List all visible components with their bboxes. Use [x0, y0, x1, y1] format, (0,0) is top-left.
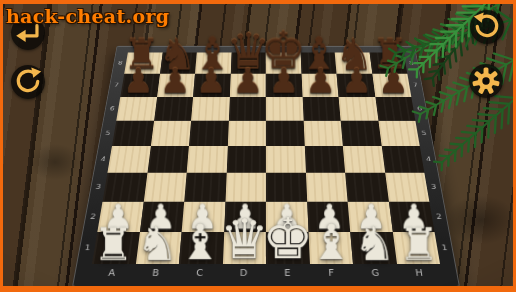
square-a1[interactable]: ♜: [92, 232, 140, 264]
square-e8[interactable]: ♚: [266, 52, 301, 74]
square-d3[interactable]: [225, 173, 266, 202]
square-b3[interactable]: [143, 173, 186, 202]
square-c6[interactable]: [191, 97, 229, 121]
square-e2[interactable]: ♟: [266, 201, 308, 231]
square-d6[interactable]: [228, 97, 265, 121]
square-c7[interactable]: ♟: [193, 74, 230, 97]
square-e1[interactable]: ♚: [266, 232, 310, 264]
piece-black-rook: ♜: [371, 36, 408, 74]
square-g8[interactable]: ♞: [335, 52, 372, 74]
square-f8[interactable]: ♝: [300, 52, 336, 74]
square-a8[interactable]: ♜: [124, 52, 162, 74]
square-f1[interactable]: ♝: [308, 232, 353, 264]
square-d5[interactable]: [227, 121, 265, 146]
file-label-h: H: [397, 264, 444, 286]
square-d7[interactable]: ♟: [229, 74, 265, 97]
square-a2[interactable]: ♟: [97, 201, 143, 231]
watermark-text: hack-cheat.org: [6, 5, 169, 27]
piece-black-queen: ♛: [226, 29, 270, 74]
chess-app-screen: 8♜♞♝♛♚♝♞♜87♟♟♟♟♟♟♟♟7665544332♟♟♟♟♟♟♟♟21♜…: [0, 0, 516, 292]
square-d8[interactable]: ♛: [230, 52, 265, 74]
square-a5[interactable]: [112, 121, 154, 146]
piece-white-pawn: ♟: [314, 201, 345, 232]
file-label-d: D: [222, 264, 266, 286]
chess-board: 8♜♞♝♛♚♝♞♜87♟♟♟♟♟♟♟♟7665544332♟♟♟♟♟♟♟♟21♜…: [72, 46, 460, 287]
square-h6[interactable]: [375, 97, 415, 121]
file-label-f: F: [309, 264, 354, 286]
square-h7[interactable]: ♟: [372, 74, 411, 97]
piece-black-rook: ♜: [123, 36, 160, 74]
square-a6[interactable]: [116, 97, 156, 121]
piece-white-pawn: ♟: [356, 201, 387, 232]
square-g6[interactable]: [339, 97, 378, 121]
piece-white-pawn: ♟: [398, 201, 429, 232]
square-h8[interactable]: ♜: [369, 52, 407, 74]
square-a3[interactable]: [103, 173, 147, 202]
file-label-g: G: [353, 264, 399, 286]
square-a7[interactable]: ♟: [120, 74, 159, 97]
piece-black-bishop: ♝: [193, 33, 233, 74]
square-b5[interactable]: [150, 121, 191, 146]
square-e6[interactable]: [266, 97, 303, 121]
square-g3[interactable]: [345, 173, 388, 202]
square-e7[interactable]: ♟: [266, 74, 302, 97]
square-e3[interactable]: [266, 173, 307, 202]
square-g5[interactable]: [341, 121, 382, 146]
square-c2[interactable]: ♟: [182, 201, 225, 231]
piece-black-bishop: ♝: [299, 33, 339, 74]
square-b1[interactable]: ♞: [135, 232, 181, 264]
square-a4[interactable]: [107, 146, 150, 173]
square-c3[interactable]: [184, 173, 226, 202]
file-label-a: A: [88, 264, 135, 286]
square-b8[interactable]: ♞: [160, 52, 197, 74]
piece-white-pawn: ♟: [187, 201, 218, 232]
square-e4[interactable]: [266, 146, 306, 173]
square-b4[interactable]: [147, 146, 189, 173]
piece-black-knight: ♞: [335, 35, 374, 75]
file-label-e: E: [266, 264, 310, 286]
square-c4[interactable]: [187, 146, 228, 173]
file-label-b: B: [133, 264, 179, 286]
rotate-board-button[interactable]: [11, 65, 45, 99]
piece-white-pawn: ♟: [103, 201, 134, 232]
square-f3[interactable]: [306, 173, 348, 202]
square-g1[interactable]: ♞: [350, 232, 396, 264]
square-f5[interactable]: [303, 121, 343, 146]
square-f7[interactable]: ♟: [301, 74, 338, 97]
square-e5[interactable]: [266, 121, 304, 146]
square-d4[interactable]: [226, 146, 266, 173]
file-label-c: C: [177, 264, 222, 286]
rank-label-right-2: 2: [429, 201, 448, 231]
square-d1[interactable]: ♛: [222, 232, 266, 264]
gear-icon: [469, 64, 503, 98]
square-b7[interactable]: ♟: [157, 74, 195, 97]
square-f2[interactable]: ♟: [307, 201, 350, 231]
square-g2[interactable]: ♟: [348, 201, 393, 231]
square-c5[interactable]: [189, 121, 229, 146]
square-f4[interactable]: [304, 146, 345, 173]
square-h5[interactable]: [378, 121, 420, 146]
square-g4[interactable]: [343, 146, 385, 173]
square-h2[interactable]: ♟: [388, 201, 434, 231]
rotate-counterclockwise-icon: [470, 10, 504, 44]
piece-black-king: ♚: [261, 28, 307, 75]
piece-white-pawn: ♟: [230, 201, 261, 232]
settings-button[interactable]: [469, 64, 503, 98]
board-scene: 8♜♞♝♛♚♝♞♜87♟♟♟♟♟♟♟♟7665544332♟♟♟♟♟♟♟♟21♜…: [3, 4, 513, 286]
square-d2[interactable]: ♟: [224, 201, 266, 231]
square-f6[interactable]: [302, 97, 340, 121]
square-b2[interactable]: ♟: [140, 201, 185, 231]
square-g7[interactable]: ♟: [337, 74, 375, 97]
restart-button[interactable]: [470, 10, 504, 44]
rotate-clockwise-icon: [11, 65, 45, 99]
piece-white-pawn: ♟: [145, 201, 176, 232]
square-c1[interactable]: ♝: [179, 232, 224, 264]
square-b6[interactable]: [154, 97, 193, 121]
square-h3[interactable]: [385, 173, 430, 202]
piece-black-knight: ♞: [158, 35, 197, 75]
square-c8[interactable]: ♝: [195, 52, 231, 74]
square-h1[interactable]: ♜: [392, 232, 440, 264]
piece-white-pawn: ♟: [272, 201, 303, 232]
square-h4[interactable]: [381, 146, 424, 173]
